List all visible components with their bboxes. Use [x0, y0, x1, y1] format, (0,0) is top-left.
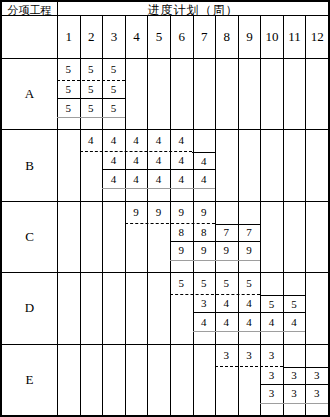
timeline-grid-cell	[57, 130, 80, 200]
bar-value-cell: 7	[238, 224, 261, 241]
bar-C-2: 8877	[170, 224, 260, 242]
timeline-grid-cell	[260, 202, 283, 272]
period-header-cell: 11	[283, 16, 306, 58]
bar-value-cell: 5	[215, 273, 238, 294]
activity-row-D: D55553445544444	[2, 272, 328, 343]
timeline-grid-cell	[80, 202, 103, 272]
bar-value-cell: 7	[215, 224, 238, 241]
bar-value-cell: 4	[125, 170, 148, 188]
bar-value-cell: 4	[238, 313, 261, 331]
period-header-cell: 4	[125, 16, 148, 58]
bar-value-cell: 5	[57, 99, 80, 117]
timeline-grid-cell	[102, 273, 125, 343]
activity-label: E	[2, 345, 57, 415]
timeline-grid-cell	[305, 130, 328, 200]
bar-value-cell: 5	[102, 81, 125, 98]
timeline-grid-cell	[283, 202, 306, 272]
timeline-grid-cell	[147, 345, 170, 415]
bar-E-1: 333	[215, 345, 283, 367]
bar-value-cell: 3	[260, 345, 283, 366]
timeline-grid-cell	[283, 130, 306, 200]
period-header-cell: 12	[305, 16, 328, 58]
bar-value-cell: 4	[102, 170, 125, 188]
corner-spacer	[2, 16, 57, 58]
header-row: 分项工程 进度计划（周）	[2, 2, 328, 16]
bar-value-cell: 5	[260, 295, 283, 312]
timeline-grid-cell	[125, 345, 148, 415]
activity-row-C: C999988779999	[2, 201, 328, 272]
bar-value-cell: 5	[80, 59, 103, 80]
activity-label: C	[2, 202, 57, 272]
bar-value-cell: 4	[193, 313, 216, 331]
bar-A-1: 555	[57, 59, 125, 81]
bar-B-3: 44444	[102, 170, 215, 189]
bar-value-cell: 3	[283, 385, 306, 403]
timeline-grid-cell	[238, 130, 261, 200]
bar-E-2: 333	[260, 367, 328, 385]
bar-value-cell: 8	[192, 224, 215, 241]
bar-value-cell: 4	[80, 130, 103, 151]
bar-value-cell: 3	[215, 345, 238, 366]
period-header-cell: 10	[260, 16, 283, 58]
bar-value-cell: 8	[170, 224, 193, 241]
bar-value-cell: 9	[192, 242, 215, 260]
bar-value-cell: 5	[283, 295, 306, 312]
timeline-grid-cell	[102, 202, 125, 272]
bar-value-cell: 5	[57, 59, 80, 80]
bar-D-2: 34455	[193, 295, 306, 313]
bar-value-cell: 5	[192, 273, 215, 294]
schedule-table: 分项工程 进度计划（周） 123456789101112 A555555555B…	[0, 0, 330, 417]
timeline-grid-cell	[80, 345, 103, 415]
bar-value-cell: 4	[125, 152, 148, 169]
activity-timeline: 333333333	[57, 345, 328, 415]
timeline-grid-cell	[193, 345, 216, 415]
activity-label: D	[2, 273, 57, 343]
bar-value-cell: 9	[125, 202, 148, 223]
bar-A-2: 555	[57, 81, 125, 99]
timeline-grid-cell	[125, 59, 148, 129]
timeline-grid-cell	[147, 273, 170, 343]
bar-value-cell: 4	[260, 313, 283, 331]
bar-value-cell: 4	[147, 130, 170, 151]
bar-value-cell: 4	[192, 170, 215, 188]
period-header-cell: 3	[102, 16, 125, 58]
timeline-grid-cell	[193, 59, 216, 129]
bar-value-cell: 3	[260, 367, 283, 384]
bar-value-cell: 5	[102, 59, 125, 80]
bar-value-cell: 3	[193, 295, 216, 312]
timeline-grid-cell	[102, 345, 125, 415]
bar-value-cell: 4	[147, 152, 170, 169]
bar-value-cell: 4	[102, 130, 125, 151]
activity-row-A: A555555555	[2, 58, 328, 129]
bar-value-cell: 4	[102, 152, 125, 169]
bar-value-cell: 5	[80, 81, 103, 98]
period-header-cell: 9	[238, 16, 261, 58]
bar-B-2: 44444	[102, 152, 215, 170]
bar-D-3: 44444	[193, 313, 306, 332]
bar-value-cell: 9	[170, 202, 193, 223]
bar-value-cell: 5	[102, 99, 125, 117]
bar-value-cell: 9	[215, 242, 238, 260]
bar-value-cell: 3	[305, 367, 328, 384]
timeline-grid-cell	[305, 59, 328, 129]
period-header-cell: 5	[147, 16, 170, 58]
bar-value-cell: 5	[57, 81, 80, 98]
bar-value-cell: 5	[80, 99, 103, 117]
timeline-grid-cell	[260, 130, 283, 200]
bar-value-cell: 4	[170, 152, 193, 169]
activity-row-B: B444444444444444	[2, 129, 328, 200]
bar-C-1: 9999	[125, 202, 215, 224]
bar-value-cell: 4	[215, 295, 238, 312]
bar-value-cell: 4	[147, 170, 170, 188]
activity-label: B	[2, 130, 57, 200]
bar-value-cell: 5	[238, 273, 261, 294]
timeline-grid-cell	[283, 59, 306, 129]
period-header-cell: 1	[57, 16, 80, 58]
bar-value-cell: 4	[283, 313, 306, 331]
period-header-cell: 6	[170, 16, 193, 58]
timeline-grid-cell	[57, 202, 80, 272]
activity-label: A	[2, 59, 57, 129]
timeline-grid-cell	[80, 273, 103, 343]
timeline-grid-cell	[57, 345, 80, 415]
bar-D-1: 5555	[170, 273, 260, 295]
period-header-cell: 2	[80, 16, 103, 58]
bar-value-cell: 3	[238, 345, 261, 366]
bar-value-cell: 3	[283, 367, 306, 384]
bar-B-1: 44444	[80, 130, 193, 152]
bar-value-cell: 4	[192, 152, 215, 169]
timeline-grid-cell	[260, 59, 283, 129]
activity-timeline: 555555555	[57, 59, 328, 129]
period-header-cell: 8	[215, 16, 238, 58]
bar-value-cell: 4	[170, 130, 193, 151]
bar-value-cell: 9	[147, 202, 170, 223]
activity-row-E: E333333333	[2, 344, 328, 415]
bar-value-cell: 4	[238, 295, 261, 312]
bar-value-cell: 4	[215, 313, 238, 331]
bar-A-3: 555	[57, 99, 125, 118]
timeline-grid-cell	[57, 273, 80, 343]
timeline-grid-cell	[215, 130, 238, 200]
activity-timeline: 55553445544444	[57, 273, 328, 343]
timeline-grid-cell	[238, 59, 261, 129]
bar-value-cell: 3	[305, 385, 328, 403]
bar-value-cell: 9	[170, 242, 193, 260]
timeline-grid-cell	[305, 273, 328, 343]
bar-E-3: 333	[260, 385, 328, 404]
bar-value-cell: 4	[125, 130, 148, 151]
period-header-cell: 7	[193, 16, 216, 58]
bar-value-cell: 3	[260, 385, 283, 403]
bar-value-cell: 5	[170, 273, 193, 294]
activity-timeline: 999988779999	[57, 202, 328, 272]
bar-value-cell: 9	[238, 242, 261, 260]
timeline-grid-cell	[147, 59, 170, 129]
activity-timeline: 444444444444444	[57, 130, 328, 200]
timeline-grid-cell	[170, 345, 193, 415]
bar-value-cell: 4	[170, 170, 193, 188]
bar-C-3: 9999	[170, 242, 260, 261]
timeline-grid-cell	[170, 59, 193, 129]
period-header-row: 123456789101112	[2, 16, 328, 58]
timeline-grid-cell	[125, 273, 148, 343]
timeline-grid-cell	[215, 59, 238, 129]
bar-value-cell: 9	[192, 202, 215, 223]
timeline-grid-cell	[305, 202, 328, 272]
